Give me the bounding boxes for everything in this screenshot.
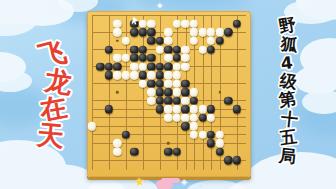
black-stone <box>164 62 172 70</box>
white-stone <box>190 28 198 36</box>
black-stone <box>173 148 181 156</box>
black-stone <box>156 105 164 113</box>
white-stone <box>215 131 223 139</box>
white-stone <box>198 45 206 53</box>
black-stone <box>207 105 215 113</box>
white-stone <box>130 71 138 79</box>
black-stone <box>104 71 112 79</box>
black-stone <box>181 105 189 113</box>
black-stone <box>207 131 215 139</box>
black-stone <box>130 28 138 36</box>
black-stone <box>207 45 215 53</box>
black-stone <box>173 54 181 62</box>
black-stone <box>164 88 172 96</box>
white-stone <box>173 88 181 96</box>
black-stone <box>113 62 121 70</box>
black-stone <box>96 62 104 70</box>
white-stone <box>139 20 147 28</box>
white-stone <box>181 114 189 122</box>
right-title-char: 狐 <box>280 35 299 54</box>
white-stone <box>130 62 138 70</box>
sky-patch <box>296 96 336 136</box>
white-stone <box>122 54 130 62</box>
white-stone <box>156 45 164 53</box>
dot-decoration <box>199 184 203 188</box>
white-stone <box>113 54 121 62</box>
white-stone <box>173 20 181 28</box>
black-stone <box>147 54 155 62</box>
star-point <box>167 142 169 144</box>
black-stone <box>156 71 164 79</box>
white-stone <box>113 71 121 79</box>
white-stone <box>164 105 172 113</box>
white-stone <box>147 20 155 28</box>
black-stone <box>122 131 130 139</box>
white-stone <box>207 114 215 122</box>
black-stone <box>139 54 147 62</box>
white-stone <box>173 62 181 70</box>
go-board <box>87 11 251 177</box>
white-stone <box>190 20 198 28</box>
white-stone <box>190 37 198 45</box>
paw-decoration <box>156 180 173 189</box>
black-stone <box>147 37 155 45</box>
white-stone <box>122 37 130 45</box>
black-stone <box>224 28 232 36</box>
white-stone <box>173 79 181 87</box>
white-stone <box>139 62 147 70</box>
cloud <box>296 0 336 20</box>
black-stone <box>147 79 155 87</box>
white-stone <box>190 105 198 113</box>
black-stone <box>156 62 164 70</box>
black-stone <box>130 54 138 62</box>
black-stone <box>224 97 232 105</box>
white-stone <box>113 28 121 36</box>
white-stone <box>207 28 215 36</box>
white-stone <box>147 88 155 96</box>
white-stone <box>198 28 206 36</box>
white-stone <box>190 88 198 96</box>
white-stone <box>181 62 189 70</box>
cloud <box>88 176 158 189</box>
star-point <box>116 91 118 93</box>
cloud <box>0 52 26 82</box>
cloud <box>300 38 336 78</box>
black-stone <box>139 28 147 36</box>
white-stone <box>215 28 223 36</box>
white-stone <box>113 20 121 28</box>
black-stone <box>147 28 155 36</box>
right-title-char: 五 <box>279 128 298 147</box>
black-stone <box>147 62 155 70</box>
left-title-char: 天 <box>36 121 65 150</box>
black-stone <box>104 105 112 113</box>
white-stone <box>147 97 155 105</box>
right-title-char: 野 <box>278 16 298 36</box>
white-stone <box>164 54 172 62</box>
black-stone <box>156 97 164 105</box>
star-icon: ★ <box>133 175 146 189</box>
white-stone <box>87 122 95 130</box>
white-stone <box>113 139 121 147</box>
white-stone <box>207 37 215 45</box>
sparkle-icon: ✦ <box>156 2 164 11</box>
white-stone <box>190 122 198 130</box>
black-stone <box>190 97 198 105</box>
black-stone <box>164 148 172 156</box>
white-stone <box>181 54 189 62</box>
white-stone <box>164 79 172 87</box>
right-title-char: 第 <box>278 90 297 109</box>
white-stone <box>190 131 198 139</box>
black-stone <box>104 62 112 70</box>
black-stone <box>215 148 223 156</box>
white-stone <box>164 71 172 79</box>
star-point <box>218 91 220 93</box>
go-grid[interactable] <box>92 15 246 169</box>
black-stone <box>130 148 138 156</box>
black-stone <box>181 79 189 87</box>
white-stone <box>122 71 130 79</box>
black-stone <box>164 45 172 53</box>
white-stone <box>173 105 181 113</box>
black-stone <box>232 20 240 28</box>
black-stone <box>164 97 172 105</box>
black-stone <box>139 71 147 79</box>
star-point <box>116 40 118 42</box>
black-stone <box>207 139 215 147</box>
white-stone <box>198 105 206 113</box>
black-stone <box>232 105 240 113</box>
white-stone <box>164 114 172 122</box>
white-stone <box>173 114 181 122</box>
white-stone <box>164 37 172 45</box>
white-stone <box>147 71 155 79</box>
white-stone <box>215 139 223 147</box>
black-stone <box>139 45 147 53</box>
white-stone <box>181 20 189 28</box>
black-stone <box>232 156 240 164</box>
black-stone <box>224 156 232 164</box>
black-stone <box>181 122 189 130</box>
black-stone <box>181 88 189 96</box>
black-stone <box>173 97 181 105</box>
white-stone <box>113 148 121 156</box>
white-stone <box>190 114 198 122</box>
white-stone <box>164 28 172 36</box>
white-stone <box>173 71 181 79</box>
white-stone <box>198 131 206 139</box>
right-title-char: 局 <box>278 147 297 166</box>
black-stone <box>215 37 223 45</box>
black-stone <box>130 45 138 53</box>
cloud <box>186 180 246 189</box>
white-stone <box>181 97 189 105</box>
sparkle-icon: ✦ <box>180 178 188 188</box>
black-stone <box>156 88 164 96</box>
white-stone <box>139 79 147 87</box>
black-stone <box>198 114 206 122</box>
white-stone <box>181 45 189 53</box>
black-stone <box>173 45 181 53</box>
black-stone <box>156 37 164 45</box>
thumbnail-scene: 飞龙在天 野狐4级第十五局 ✦ ★ ✦ <box>0 0 336 189</box>
cloud <box>0 0 48 24</box>
black-stone <box>156 79 164 87</box>
black-stone <box>104 45 112 53</box>
